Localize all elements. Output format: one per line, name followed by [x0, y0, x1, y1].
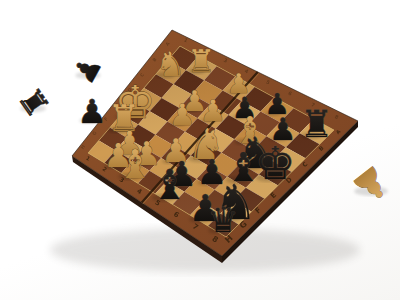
white-knight-b1: ♞	[155, 45, 185, 84]
black-queen-h8: ♛	[208, 200, 239, 240]
captured-black-pawn-standing: ♟	[77, 92, 107, 131]
chess-photo-scene: 12345678ABCDEFGH12345678ABCDEFGH♜♞♟♟♟♚♟♟…	[0, 0, 400, 300]
black-bishop-h5: ♝	[151, 160, 188, 209]
captured-black-pawn-lying: ♟	[65, 49, 109, 90]
black-rook-a8: ♜	[300, 102, 333, 146]
captured-white-pawn-lying: ♟	[343, 156, 400, 214]
white-rook-a2: ♜	[187, 43, 215, 79]
captured-black-rook-lying: ♜	[11, 81, 56, 124]
white-bishop-h3: ♝	[117, 141, 153, 187]
chess-board-render: 12345678ABCDEFGH12345678ABCDEFGH♜♞♟♟♟♚♟♟…	[0, 0, 400, 300]
